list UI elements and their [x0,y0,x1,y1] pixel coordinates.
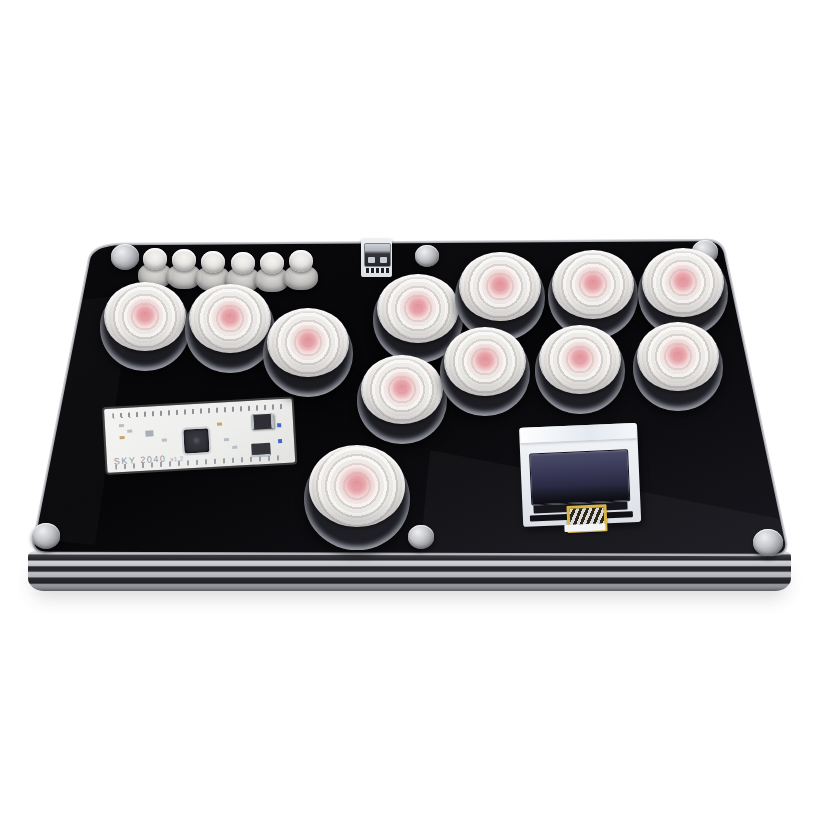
button-cap [444,327,526,396]
controller-pcb: SKY 2040 v1.2 [104,399,295,473]
button-top-row-4 [642,248,724,324]
small-button-cap [201,251,226,273]
button-bottom-row-4 [637,322,719,398]
button-cap [552,250,634,319]
button-movement-1 [104,282,186,358]
button-cap [539,325,621,394]
passive-component [217,422,222,425]
button-cap [267,308,349,377]
case-screw-bottom-right [753,529,783,556]
button-cap [637,322,719,391]
button-bottom-row-3 [539,325,621,401]
passive-component [119,424,124,427]
case-screw-top-middle [415,245,439,267]
small-button-cap [260,252,285,274]
button-cap [104,282,186,351]
usb-shell [364,243,391,267]
case-screw-bottom-middle [408,525,434,548]
photo-canvas: SKY 2040 v1.2 [0,0,814,814]
small-button-cap [289,250,314,272]
button-cap [642,248,724,317]
small-button-cap [143,248,168,270]
passive-component [232,446,237,449]
passive-component [127,429,132,432]
case-screw-top-left [111,244,139,269]
button-top-row-3 [552,250,634,326]
small-button-cap [231,252,256,274]
mcu-chip [183,428,209,453]
button-movement-3 [267,308,349,384]
passive-component [278,439,282,443]
button-bottom-row-2 [444,327,526,403]
button-top-row-2 [459,252,541,328]
usb-port [361,239,392,277]
case-screw-bottom-left [32,523,60,548]
passive-component [277,423,281,427]
soic8-chip [251,414,275,430]
button-cap [459,252,541,321]
button-movement-2 [189,284,271,360]
button-cap [361,355,443,424]
oled-display-module [519,423,641,527]
button-cap [189,284,271,353]
usb-contact [380,257,387,263]
passive-component [145,430,153,436]
small-button-aux-6 [284,250,318,290]
button-cap [309,445,405,526]
oled-screen [529,449,630,505]
button-thumb-jump [309,445,405,534]
usb-solder-pins [364,268,389,273]
usb-contact [368,257,375,263]
passive-component [224,438,229,441]
button-bottom-row-1 [361,355,443,431]
small-button-cap [172,249,197,271]
passive-component [120,436,125,439]
passive-component [162,439,167,442]
